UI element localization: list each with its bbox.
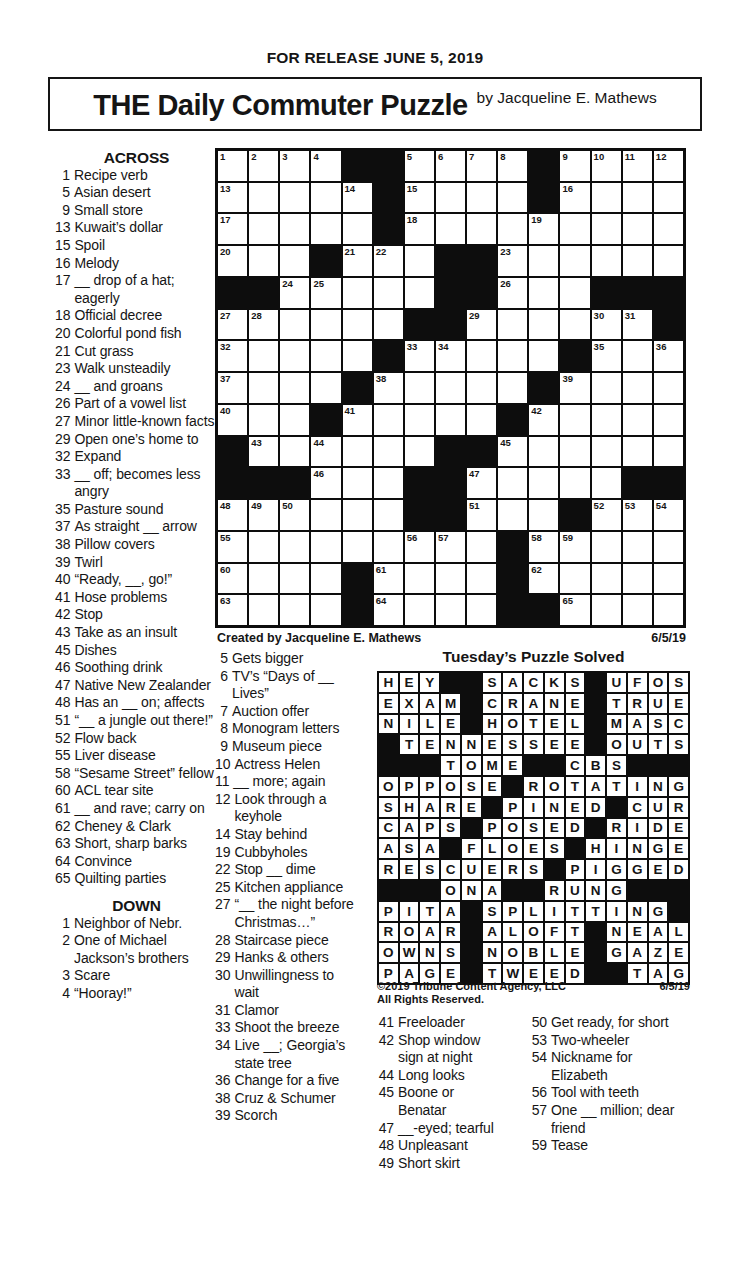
grid-cell[interactable] (466, 563, 497, 595)
grid-cell[interactable] (559, 563, 590, 595)
clue-text: Small store (74, 202, 218, 220)
grid-cell[interactable] (310, 563, 341, 595)
grid-cell[interactable] (404, 436, 435, 468)
grid-cell[interactable]: 2 (248, 150, 279, 182)
solved-black-cell (668, 755, 689, 776)
black-cell (559, 340, 590, 372)
credit-line: Created by Jacqueline E. Mathews (217, 631, 421, 645)
grid-cell[interactable] (279, 245, 310, 277)
clue-text: “__ a jungle out there!” (74, 712, 218, 730)
grid-cell[interactable] (310, 213, 341, 245)
grid-cell[interactable] (373, 531, 404, 563)
grid-cell[interactable] (653, 372, 684, 404)
grid-cell[interactable] (497, 499, 528, 531)
grid-cell[interactable] (528, 340, 559, 372)
clue: 52Flow back (55, 730, 218, 748)
clue-text: Look through a keyhole (234, 791, 361, 826)
grid-cell[interactable]: 29 (466, 309, 497, 341)
grid-cell[interactable]: 65 (559, 594, 590, 626)
solved-cell: R (523, 776, 544, 797)
solved-cell: S (502, 734, 523, 755)
solved-cell: O (461, 755, 482, 776)
solved-cell: P (565, 859, 586, 880)
grid-cell[interactable] (310, 594, 341, 626)
grid-cell[interactable] (342, 499, 373, 531)
grid-cell[interactable]: 6 (435, 150, 466, 182)
black-cell (342, 594, 373, 626)
grid-cell[interactable] (622, 563, 653, 595)
clue-number: 18 (55, 307, 74, 325)
grid-cell[interactable] (279, 213, 310, 245)
copyright-block: ©2019 Tribune Content Agency, LLC 6/5/19… (377, 980, 690, 1006)
clue-text: __ and rave; carry on (74, 800, 218, 818)
grid-cell[interactable]: 5 (404, 150, 435, 182)
grid-cell[interactable] (248, 372, 279, 404)
solved-black-cell (461, 818, 482, 839)
clue-number: 57 (531, 1102, 551, 1120)
solved-cell: P (419, 818, 440, 839)
grid-cell[interactable]: 19 (528, 213, 559, 245)
grid-cell[interactable]: 16 (559, 182, 590, 214)
clue-number: 39 (55, 554, 74, 572)
grid-cell[interactable] (248, 594, 279, 626)
grid-cell[interactable] (559, 404, 590, 436)
solved-cell: O (544, 776, 565, 797)
grid-cell[interactable] (559, 467, 590, 499)
clue-text: Neighbor of Nebr. (74, 915, 218, 933)
solved-black-cell (378, 755, 399, 776)
grid-cell[interactable]: 55 (217, 531, 248, 563)
grid-cell[interactable] (591, 404, 622, 436)
solved-black-cell (461, 922, 482, 943)
grid-cell[interactable] (653, 213, 684, 245)
grid-cell[interactable] (466, 182, 497, 214)
grid-cell[interactable] (622, 436, 653, 468)
grid-cell[interactable] (653, 182, 684, 214)
solved-cell: S (523, 859, 544, 880)
grid-cell[interactable] (466, 213, 497, 245)
grid-cell[interactable] (435, 372, 466, 404)
clue-text: __-eyed; tearful (398, 1120, 506, 1138)
grid-cell[interactable]: 61 (373, 563, 404, 595)
clue: 59Tease (531, 1137, 677, 1155)
solved-cell: U (648, 693, 669, 714)
solved-cell: T (440, 755, 461, 776)
solved-cell: T (565, 776, 586, 797)
solved-cell: S (419, 859, 440, 880)
cell-number: 38 (376, 373, 387, 384)
grid-cell[interactable]: 56 (404, 531, 435, 563)
clue: 28Staircase piece (215, 932, 361, 950)
grid-cell[interactable] (373, 309, 404, 341)
grid-cell[interactable]: 47 (466, 467, 497, 499)
clue: 48Has an __ on; affects (55, 694, 218, 712)
grid-cell[interactable]: 51 (466, 499, 497, 531)
grid-cell[interactable]: 49 (248, 499, 279, 531)
clue-column-3: 41Freeloader42Shop window sign at night4… (377, 1014, 506, 1172)
grid-cell[interactable] (279, 309, 310, 341)
grid-cell[interactable] (559, 309, 590, 341)
grid-cell[interactable] (435, 182, 466, 214)
grid-cell[interactable]: 1 (217, 150, 248, 182)
grid-cell[interactable]: 24 (279, 277, 310, 309)
grid-cell[interactable] (653, 404, 684, 436)
grid-cell[interactable] (435, 404, 466, 436)
clue-text: Short skirt (398, 1155, 506, 1173)
grid-cell[interactable] (591, 531, 622, 563)
solved-cell: A (627, 714, 648, 735)
grid-cell[interactable] (591, 372, 622, 404)
grid-cell[interactable] (435, 213, 466, 245)
grid-cell[interactable] (559, 277, 590, 309)
black-cell (342, 372, 373, 404)
clue-text: Auction offer (232, 703, 361, 721)
cell-number: 44 (313, 437, 324, 448)
grid-cell[interactable] (404, 404, 435, 436)
clue: 61__ and rave; carry on (55, 800, 218, 818)
grid-cell[interactable]: 64 (373, 594, 404, 626)
grid-cell[interactable] (622, 340, 653, 372)
grid-cell[interactable] (248, 340, 279, 372)
grid-cell[interactable] (653, 594, 684, 626)
solved-cell: I (585, 859, 606, 880)
cell-number: 55 (220, 532, 231, 543)
grid-cell[interactable] (528, 245, 559, 277)
grid-cell[interactable] (591, 182, 622, 214)
clue-number: 1 (55, 915, 74, 933)
grid-cell[interactable] (591, 436, 622, 468)
grid-cell[interactable]: 57 (435, 531, 466, 563)
grid-cell[interactable] (342, 309, 373, 341)
grid-cell[interactable]: 28 (248, 309, 279, 341)
grid-cell[interactable] (279, 372, 310, 404)
grid-cell[interactable]: 25 (310, 277, 341, 309)
grid-cell[interactable] (622, 182, 653, 214)
grid-cell[interactable] (466, 372, 497, 404)
grid-cell[interactable] (342, 340, 373, 372)
black-cell (435, 277, 466, 309)
grid-cell[interactable]: 44 (310, 436, 341, 468)
grid-cell[interactable]: 9 (559, 150, 590, 182)
grid-cell[interactable] (591, 213, 622, 245)
grid-cell[interactable] (342, 531, 373, 563)
solved-cell: S (482, 901, 503, 922)
solved-cell: A (482, 922, 503, 943)
clue-text: Take as an insult (74, 624, 218, 642)
grid-cell[interactable] (310, 499, 341, 531)
grid-cell[interactable]: 48 (217, 499, 248, 531)
solved-cell: O (440, 776, 461, 797)
grid-cell[interactable] (373, 404, 404, 436)
black-cell (622, 467, 653, 499)
grid-cell[interactable]: 31 (622, 309, 653, 341)
grid-cell[interactable] (622, 213, 653, 245)
grid-cell[interactable] (279, 340, 310, 372)
clue: 39Scorch (215, 1107, 361, 1125)
grid-cell[interactable] (622, 245, 653, 277)
clue-text: Short, sharp barks (74, 835, 218, 853)
grid-cell[interactable] (559, 436, 590, 468)
grid-cell[interactable]: 63 (217, 594, 248, 626)
clue-text: Stop (74, 606, 218, 624)
solved-cell: S (565, 672, 586, 693)
grid-cell[interactable] (279, 563, 310, 595)
black-cell (404, 499, 435, 531)
cell-number: 15 (407, 183, 418, 194)
clue-number: 45 (55, 642, 74, 660)
black-cell (497, 594, 528, 626)
grid-cell[interactable]: 35 (591, 340, 622, 372)
grid-cell[interactable]: 27 (217, 309, 248, 341)
clue: 44Long looks (377, 1067, 506, 1085)
grid-cell[interactable] (622, 372, 653, 404)
black-cell (404, 309, 435, 341)
grid-cell[interactable] (310, 372, 341, 404)
solved-cell: R (440, 922, 461, 943)
grid-cell[interactable] (248, 213, 279, 245)
grid-cell[interactable] (373, 499, 404, 531)
grid-cell[interactable] (342, 436, 373, 468)
grid-cell[interactable] (248, 245, 279, 277)
grid-cell[interactable] (279, 436, 310, 468)
grid-cell[interactable] (435, 563, 466, 595)
grid-cell[interactable] (342, 467, 373, 499)
solved-cell: M (440, 693, 461, 714)
grid-cell[interactable]: 15 (404, 182, 435, 214)
solved-cell: O (502, 714, 523, 735)
solved-cell: A (440, 901, 461, 922)
grid-cell[interactable]: 12 (653, 150, 684, 182)
grid-cell[interactable] (653, 436, 684, 468)
solved-cell: U (565, 880, 586, 901)
grid-cell[interactable]: 59 (559, 531, 590, 563)
grid-cell[interactable] (342, 213, 373, 245)
grid-cell[interactable] (497, 372, 528, 404)
clue-number: 1 (55, 167, 74, 185)
solved-cell: U (627, 734, 648, 755)
grid-cell[interactable]: 36 (653, 340, 684, 372)
grid-cell[interactable] (466, 531, 497, 563)
grid-cell[interactable] (279, 594, 310, 626)
grid-cell[interactable]: 32 (217, 340, 248, 372)
grid-cell[interactable]: 42 (528, 404, 559, 436)
grid-cell[interactable]: 20 (217, 245, 248, 277)
cell-number: 61 (376, 564, 387, 575)
grid-cell[interactable]: 4 (310, 150, 341, 182)
solved-cell: N (606, 922, 627, 943)
grid-cell[interactable]: 22 (373, 245, 404, 277)
grid-cell[interactable] (559, 245, 590, 277)
solved-heading: Tuesday’s Puzzle Solved (377, 648, 690, 666)
clue-number: 12 (215, 791, 234, 809)
clue-number: 56 (531, 1084, 551, 1102)
black-cell (497, 404, 528, 436)
clue-number: 61 (55, 800, 74, 818)
grid-cell[interactable] (404, 594, 435, 626)
clue: 30Unwillingness to wait (215, 967, 361, 1002)
grid-cell[interactable] (528, 309, 559, 341)
grid-cell[interactable]: 23 (497, 245, 528, 277)
grid-cell[interactable] (528, 499, 559, 531)
grid-cell[interactable]: 21 (342, 245, 373, 277)
grid-cell[interactable] (279, 531, 310, 563)
solved-cell: O (378, 776, 399, 797)
grid-cell[interactable]: 40 (217, 404, 248, 436)
grid-cell[interactable] (466, 404, 497, 436)
grid-cell[interactable]: 14 (342, 182, 373, 214)
clue-number: 63 (55, 835, 74, 853)
copyright-line-1: ©2019 Tribune Content Agency, LLC (377, 980, 566, 993)
grid-cell[interactable]: 43 (248, 436, 279, 468)
solved-cell: S (378, 797, 399, 818)
grid-cell[interactable] (497, 309, 528, 341)
grid-cell[interactable] (404, 245, 435, 277)
grid-cell[interactable] (497, 340, 528, 372)
grid-cell[interactable]: 13 (217, 182, 248, 214)
clue: 49Short skirt (377, 1155, 506, 1173)
solved-cell: U (648, 797, 669, 818)
grid-cell[interactable] (342, 277, 373, 309)
grid-cell[interactable]: 45 (497, 436, 528, 468)
grid-cell[interactable] (279, 182, 310, 214)
grid-cell[interactable]: 34 (435, 340, 466, 372)
grid-cell[interactable] (653, 245, 684, 277)
grid-cell[interactable] (404, 372, 435, 404)
solved-cell: B (523, 942, 544, 963)
solved-cell: R (627, 693, 648, 714)
grid-cell[interactable]: 39 (559, 372, 590, 404)
grid-cell[interactable]: 62 (528, 563, 559, 595)
grid-cell[interactable] (622, 404, 653, 436)
solved-cell: S (440, 942, 461, 963)
grid-cell[interactable] (310, 182, 341, 214)
black-cell (404, 467, 435, 499)
clue-text: Dishes (74, 642, 218, 660)
clue-number: 36 (215, 1072, 234, 1090)
grid-cell[interactable] (559, 213, 590, 245)
grid-cell[interactable] (591, 563, 622, 595)
grid-cell[interactable] (373, 436, 404, 468)
puzzle-title: THE Daily Commuter Puzzle (93, 89, 467, 122)
grid-cell[interactable]: 41 (342, 404, 373, 436)
grid-cell[interactable] (373, 467, 404, 499)
grid-cell[interactable] (528, 277, 559, 309)
grid-cell[interactable] (497, 182, 528, 214)
grid-cell[interactable] (248, 404, 279, 436)
solved-cell: S (668, 734, 689, 755)
grid-cell[interactable] (404, 563, 435, 595)
solved-cell: E (419, 734, 440, 755)
clue-text: __ more; again (233, 773, 361, 791)
grid-cell[interactable]: 11 (622, 150, 653, 182)
grid-cell[interactable] (310, 309, 341, 341)
cell-number: 50 (282, 500, 293, 511)
black-cell (466, 436, 497, 468)
solved-black-cell (440, 838, 461, 859)
cell-number: 4 (313, 151, 318, 162)
solved-black-cell (482, 797, 503, 818)
grid-cell[interactable] (653, 563, 684, 595)
grid-cell[interactable] (591, 594, 622, 626)
grid-cell[interactable]: 52 (591, 499, 622, 531)
grid-cell[interactable]: 54 (653, 499, 684, 531)
grid-cell[interactable] (622, 594, 653, 626)
grid-cell[interactable] (310, 531, 341, 563)
grid-cell[interactable] (373, 277, 404, 309)
solved-black-cell (585, 818, 606, 839)
grid-cell[interactable] (248, 182, 279, 214)
grid-cell[interactable] (466, 340, 497, 372)
cell-number: 65 (562, 595, 573, 606)
solved-cell: N (627, 901, 648, 922)
grid-cell[interactable] (591, 467, 622, 499)
clue: 55Liver disease (55, 747, 218, 765)
clue-number: 3 (55, 967, 74, 985)
grid-cell[interactable]: 30 (591, 309, 622, 341)
cell-number: 29 (469, 310, 480, 321)
grid-cell[interactable]: 18 (404, 213, 435, 245)
cell-number: 25 (313, 278, 324, 289)
grid-cell[interactable]: 8 (497, 150, 528, 182)
grid-cell[interactable]: 33 (404, 340, 435, 372)
grid-cell[interactable] (497, 213, 528, 245)
clue-text: Boone or Benatar (398, 1084, 506, 1119)
grid-cell[interactable]: 10 (591, 150, 622, 182)
grid-cell[interactable]: 58 (528, 531, 559, 563)
solved-cell: N (482, 942, 503, 963)
grid-cell[interactable] (310, 340, 341, 372)
grid-cell[interactable] (466, 594, 497, 626)
solved-black-cell (544, 859, 565, 880)
grid-cell[interactable]: 7 (466, 150, 497, 182)
solved-cell: E (668, 942, 689, 963)
grid-cell[interactable] (248, 531, 279, 563)
grid-cell[interactable] (653, 531, 684, 563)
grid-cell[interactable] (279, 404, 310, 436)
grid-cell[interactable] (435, 594, 466, 626)
cell-number: 13 (220, 183, 231, 194)
solved-cell: T (565, 922, 586, 943)
grid-cell[interactable]: 3 (279, 150, 310, 182)
solved-black-cell (399, 880, 420, 901)
grid-cell[interactable] (622, 531, 653, 563)
clue-text: Native New Zealander (74, 677, 218, 695)
grid-cell[interactable]: 17 (217, 213, 248, 245)
solved-cell: G (606, 942, 627, 963)
grid-cell[interactable] (591, 245, 622, 277)
solved-cell: I (606, 838, 627, 859)
clue-text: “__ the night before Christmas…” (234, 896, 361, 931)
cell-number: 60 (220, 564, 231, 575)
grid-cell[interactable]: 60 (217, 563, 248, 595)
clue-text: Museum piece (232, 738, 361, 756)
grid-cell[interactable]: 46 (310, 467, 341, 499)
clue-column-4: 50Get ready, for short53Two-wheeler54Nic… (531, 1014, 677, 1155)
grid-cell[interactable]: 26 (497, 277, 528, 309)
grid-cell[interactable] (528, 467, 559, 499)
solved-black-cell (440, 672, 461, 693)
grid-cell[interactable]: 38 (373, 372, 404, 404)
grid-cell[interactable]: 50 (279, 499, 310, 531)
grid-cell[interactable] (248, 563, 279, 595)
grid-cell[interactable] (404, 277, 435, 309)
clue-text: Actress Helen (234, 756, 361, 774)
grid-cell[interactable]: 53 (622, 499, 653, 531)
grid-cell[interactable] (528, 436, 559, 468)
grid-cell[interactable] (497, 467, 528, 499)
grid-cell[interactable]: 37 (217, 372, 248, 404)
clue-number: 15 (55, 237, 74, 255)
